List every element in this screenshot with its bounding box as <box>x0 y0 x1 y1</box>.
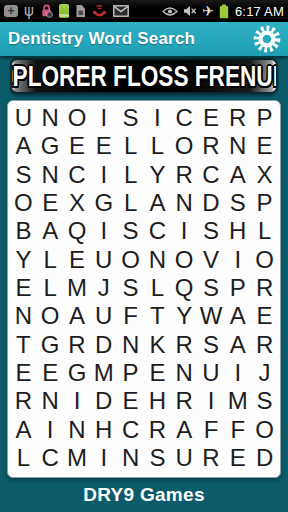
eye-icon <box>162 6 178 17</box>
grid-cell[interactable]: L <box>117 189 144 217</box>
grid-cell[interactable]: D <box>90 330 117 358</box>
grid-cell[interactable]: V <box>198 246 225 274</box>
grid-cell[interactable]: U <box>10 104 37 132</box>
grid-cell[interactable]: A <box>224 330 251 358</box>
grid-cell[interactable]: I <box>37 415 64 443</box>
grid-cell[interactable]: X <box>64 189 91 217</box>
grid-cell[interactable]: M <box>90 359 117 387</box>
grid-cell[interactable]: R <box>144 415 171 443</box>
grid-cell[interactable]: N <box>37 104 64 132</box>
grid-cell[interactable]: N <box>117 444 144 472</box>
battery-app-icon: 100% <box>59 4 69 18</box>
app-screen: + ψ 100% <box>0 0 288 512</box>
grid-cell[interactable]: I <box>171 217 198 245</box>
grid-cell[interactable]: I <box>224 246 251 274</box>
grid-cell[interactable]: E <box>251 132 278 160</box>
grid-cell[interactable]: E <box>144 359 171 387</box>
grid-cell[interactable]: E <box>64 132 91 160</box>
grid-cell[interactable]: I <box>90 444 117 472</box>
grid-cell[interactable]: E <box>198 104 225 132</box>
grid-cell[interactable]: R <box>251 330 278 358</box>
grid-cell[interactable]: A <box>10 132 37 160</box>
grid-cell[interactable]: I <box>144 104 171 132</box>
grid-cell[interactable]: N <box>144 246 171 274</box>
app-lock-icon <box>40 4 53 18</box>
grid-cell[interactable]: E <box>64 246 91 274</box>
grid-cell[interactable]: L <box>144 274 171 302</box>
clock: 6:17 AM <box>234 4 284 19</box>
grid-cell[interactable]: U <box>90 246 117 274</box>
grid-cell[interactable]: A <box>144 189 171 217</box>
status-bar[interactable]: + ψ 100% <box>0 0 288 22</box>
grid-cell[interactable]: X <box>251 161 278 189</box>
grid-cell[interactable]: S <box>144 444 171 472</box>
grid-cell[interactable]: E <box>37 359 64 387</box>
grid-cell[interactable]: C <box>144 217 171 245</box>
grid-cell[interactable]: O <box>10 189 37 217</box>
grid-cell[interactable]: Y <box>10 246 37 274</box>
word-search-grid[interactable]: UNOISICERPAGEELLORNESNCILYRCAXOEXGLANDSP… <box>7 100 281 478</box>
grid-cell[interactable]: U <box>90 302 117 330</box>
grid-cell[interactable]: E <box>37 189 64 217</box>
grid-cell[interactable]: G <box>64 359 91 387</box>
grid-cell[interactable]: U <box>171 444 198 472</box>
grid-cell[interactable]: R <box>171 330 198 358</box>
grid-cell[interactable]: M <box>224 387 251 415</box>
grid-cell[interactable]: S <box>10 161 37 189</box>
settings-gear-icon[interactable] <box>252 24 282 54</box>
grid-cell[interactable]: N <box>10 302 37 330</box>
grid-cell[interactable]: D <box>251 444 278 472</box>
grid-cell[interactable]: E <box>224 444 251 472</box>
app-title: Dentistry Word Search <box>8 29 195 49</box>
grid-cell[interactable]: J <box>251 359 278 387</box>
grid-cell[interactable]: N <box>171 189 198 217</box>
grid-cell[interactable]: I <box>224 359 251 387</box>
add-box-icon: + <box>4 5 18 17</box>
grid-cell[interactable]: S <box>251 387 278 415</box>
grid-cell[interactable]: S <box>224 189 251 217</box>
grid-cell[interactable]: S <box>117 217 144 245</box>
battery-icon <box>219 4 229 19</box>
grid-cell[interactable]: S <box>198 217 225 245</box>
grid-cell[interactable]: B <box>10 217 37 245</box>
grid-cell[interactable]: R <box>64 330 91 358</box>
grid-cell[interactable]: S <box>117 104 144 132</box>
grid-cell[interactable]: N <box>37 387 64 415</box>
grid-cell[interactable]: Y <box>144 161 171 189</box>
grid-cell[interactable]: R <box>251 274 278 302</box>
grid-cell[interactable]: O <box>171 132 198 160</box>
grid-cell[interactable]: D <box>90 387 117 415</box>
grid-cell[interactable]: L <box>37 274 64 302</box>
grid-cell[interactable]: P <box>251 104 278 132</box>
grid-cell[interactable]: T <box>144 302 171 330</box>
grid-cell[interactable]: C <box>64 161 91 189</box>
grid-cell[interactable]: P <box>117 359 144 387</box>
email-icon <box>113 5 129 17</box>
grid-cell[interactable]: H <box>224 217 251 245</box>
grid-cell[interactable]: S <box>117 274 144 302</box>
grid-cell[interactable]: R <box>198 444 225 472</box>
grid-cell[interactable]: L <box>251 217 278 245</box>
grid-cell[interactable]: E <box>251 302 278 330</box>
grid-cell[interactable]: M <box>64 274 91 302</box>
grid-cell[interactable]: H <box>144 387 171 415</box>
grid-cell[interactable]: A <box>64 302 91 330</box>
grid-cell[interactable]: G <box>37 330 64 358</box>
word-strip-text: XPLORER FLOSS FRENUM <box>10 60 278 92</box>
grid-cell[interactable]: C <box>117 415 144 443</box>
grid-cell[interactable]: D <box>198 189 225 217</box>
grid-cell[interactable]: O <box>171 246 198 274</box>
grid-cell[interactable]: R <box>10 387 37 415</box>
grid-cell[interactable]: S <box>198 330 225 358</box>
word-strip: XPLORER FLOSS FRENUM <box>10 58 278 94</box>
grid-cell[interactable]: E <box>10 274 37 302</box>
grid-cell[interactable]: L <box>117 132 144 160</box>
grid-cell[interactable]: O <box>117 246 144 274</box>
grid-cell[interactable]: C <box>198 161 225 189</box>
grid-cell[interactable]: P <box>224 274 251 302</box>
footer-bar: DRY9 Games <box>0 478 288 512</box>
airplane-icon: ✈ <box>202 4 214 18</box>
grid-cell[interactable]: R <box>198 132 225 160</box>
grid-cell[interactable]: C <box>171 104 198 132</box>
grid-cell[interactable]: L <box>117 161 144 189</box>
grid-cell[interactable]: L <box>10 444 37 472</box>
grid-cell[interactable]: A <box>171 415 198 443</box>
grid-cell[interactable]: F <box>198 415 225 443</box>
grid-cell[interactable]: N <box>171 359 198 387</box>
grid-cell[interactable]: R <box>171 161 198 189</box>
grid-cell[interactable]: M <box>64 444 91 472</box>
grid-cell[interactable]: K <box>144 330 171 358</box>
usb-icon: ψ <box>24 4 34 18</box>
grid-cell[interactable]: I <box>90 104 117 132</box>
grid-cell[interactable]: A <box>224 161 251 189</box>
grid-cell[interactable]: C <box>37 444 64 472</box>
footer-brand: DRY9 Games <box>83 484 205 506</box>
grid-cell[interactable]: F <box>117 302 144 330</box>
grid-cell[interactable]: T <box>10 330 37 358</box>
status-icons-left: + ψ 100% <box>4 4 129 18</box>
grid-cell[interactable]: I <box>64 387 91 415</box>
grid-cell[interactable]: P <box>251 189 278 217</box>
grid-cell[interactable]: G <box>90 189 117 217</box>
grid-cell[interactable]: H <box>90 415 117 443</box>
grid-cell[interactable]: I <box>90 217 117 245</box>
grid-cell[interactable]: E <box>117 387 144 415</box>
grid-cell[interactable]: O <box>251 415 278 443</box>
mute-icon <box>183 5 197 17</box>
grid-cell[interactable]: N <box>37 161 64 189</box>
grid-cell[interactable]: O <box>64 104 91 132</box>
grid-cell[interactable]: I <box>90 161 117 189</box>
grid-cell[interactable]: U <box>198 359 225 387</box>
title-bar: Dentistry Word Search <box>0 22 288 56</box>
grid-cell[interactable]: N <box>117 330 144 358</box>
grid-cell[interactable]: A <box>37 217 64 245</box>
grid-cell[interactable]: J <box>90 274 117 302</box>
grid-cell[interactable]: S <box>198 274 225 302</box>
grid-cell[interactable]: A <box>10 415 37 443</box>
status-icons-right: ✈ 6:17 AM <box>162 4 284 19</box>
grid-cell[interactable]: Y <box>171 302 198 330</box>
grid-cell[interactable]: R <box>171 387 198 415</box>
grid-cell[interactable]: Q <box>171 274 198 302</box>
grid-cell[interactable]: E <box>90 132 117 160</box>
grid-cell[interactable]: Q <box>64 217 91 245</box>
grid-cell[interactable]: O <box>251 246 278 274</box>
grid-cell[interactable]: G <box>37 132 64 160</box>
grid-cell[interactable]: F <box>224 415 251 443</box>
grid-cell[interactable]: O <box>37 302 64 330</box>
grid-cell[interactable]: N <box>224 132 251 160</box>
grid-cell[interactable]: E <box>10 359 37 387</box>
grid-cell[interactable]: N <box>64 415 91 443</box>
battery-percent-label: 100% <box>59 13 69 18</box>
grid-cell[interactable]: W <box>198 302 225 330</box>
grid-cell[interactable]: R <box>224 104 251 132</box>
wifi-calling-icon <box>92 4 107 18</box>
grid-cell[interactable]: L <box>37 246 64 274</box>
sim-card-icon <box>75 4 86 18</box>
grid-cell[interactable]: A <box>224 302 251 330</box>
grid-cell[interactable]: L <box>144 132 171 160</box>
grid-cell[interactable]: I <box>198 387 225 415</box>
